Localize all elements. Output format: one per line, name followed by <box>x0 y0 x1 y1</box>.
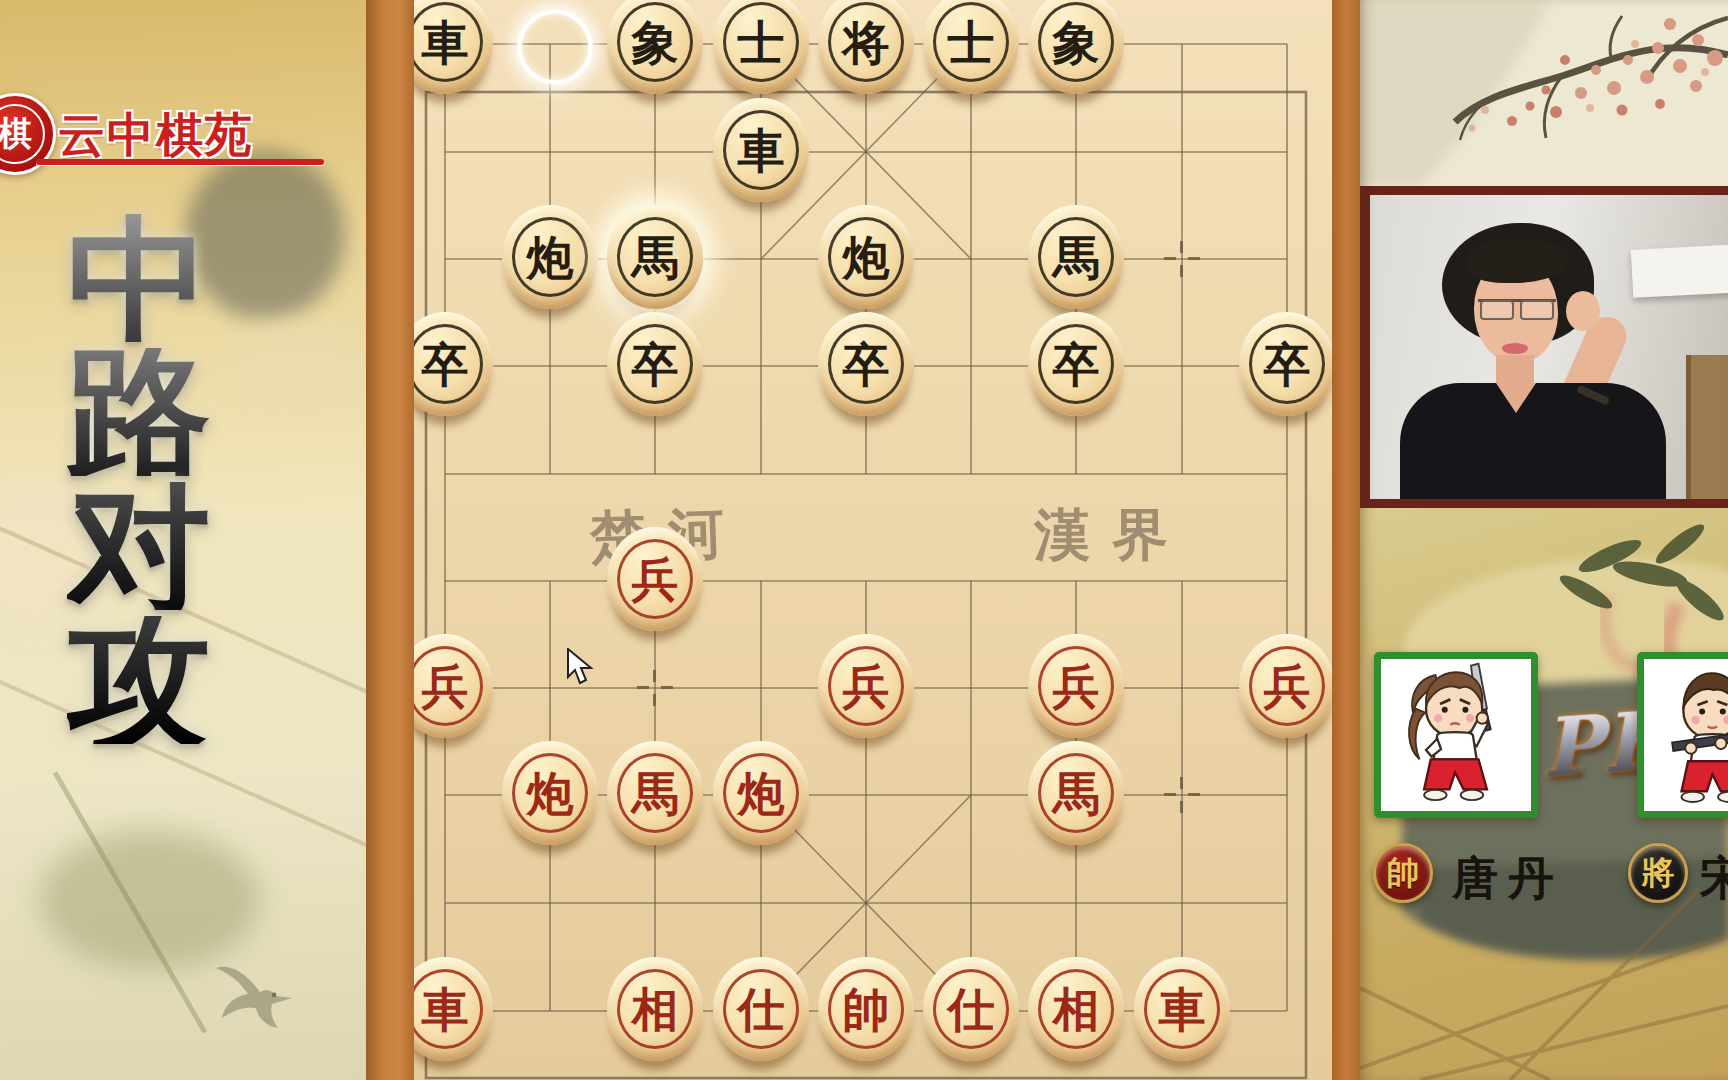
title-char: 路 <box>67 348 211 476</box>
divider-strip-left <box>366 0 414 1080</box>
channel-logo-badge-char: 棋 <box>0 104 45 164</box>
piece-character: 卒 <box>1053 341 1100 388</box>
piece-black-卒-f3r3[interactable]: 卒 <box>607 312 703 416</box>
avatar-red-player <box>1374 652 1538 818</box>
piece-character: 炮 <box>738 770 785 817</box>
blurred-piece-decoration <box>220 320 370 410</box>
streamer-shirt-vneck <box>1496 383 1536 413</box>
piece-black-卒-f9r3[interactable]: 卒 <box>1239 312 1335 416</box>
black-general-badge: 將 <box>1628 843 1688 903</box>
piece-character: 兵 <box>1053 663 1100 710</box>
episode-title-vertical: 中 路 对 攻 <box>44 214 234 744</box>
webcam-shelf <box>1631 244 1728 298</box>
mouse-cursor <box>566 648 594 686</box>
piece-red-仕-f6r9[interactable]: 仕 <box>923 957 1019 1061</box>
piece-character: 馬 <box>1053 234 1100 281</box>
title-char: 攻 <box>67 616 211 744</box>
red-player-name: 唐丹 <box>1452 848 1564 910</box>
piece-character: 馬 <box>632 234 679 281</box>
river-label-right: 漢界 <box>1034 498 1190 574</box>
piece-black-卒-f5r3[interactable]: 卒 <box>818 312 914 416</box>
piece-character: 兵 <box>843 663 890 710</box>
piece-character: 卒 <box>843 341 890 388</box>
piece-red-炮-f4r7[interactable]: 炮 <box>713 741 809 845</box>
piece-character: 兵 <box>422 663 469 710</box>
piece-black-炮-f2r2[interactable]: 炮 <box>502 205 598 309</box>
piece-character: 車 <box>422 19 469 66</box>
piece-character: 士 <box>948 19 995 66</box>
piece-black-炮-f5r2[interactable]: 炮 <box>818 205 914 309</box>
piece-character: 相 <box>1053 986 1100 1033</box>
streamer-hand <box>1566 291 1600 331</box>
black-player-name: 宋 <box>1700 848 1728 910</box>
piece-character: 象 <box>1053 19 1100 66</box>
piece-character: 相 <box>632 986 679 1033</box>
streamer-lips <box>1502 343 1528 354</box>
piece-red-馬-f3r7[interactable]: 馬 <box>607 741 703 845</box>
channel-logo-underline <box>36 159 324 165</box>
piece-character: 象 <box>632 19 679 66</box>
piece-character: 炮 <box>527 234 574 281</box>
piece-character: 将 <box>843 19 890 66</box>
piece-red-炮-f2r7[interactable]: 炮 <box>502 741 598 845</box>
piece-character: 炮 <box>527 770 574 817</box>
avatar-black-player <box>1637 652 1728 818</box>
piece-character: 馬 <box>1053 770 1100 817</box>
piece-character: 卒 <box>632 341 679 388</box>
plum-blossom-painting <box>1360 0 1728 186</box>
piece-character: 仕 <box>738 986 785 1033</box>
piece-red-兵-f5r6[interactable]: 兵 <box>818 634 914 738</box>
piece-red-相-f3r9[interactable]: 相 <box>607 957 703 1061</box>
piece-character: 卒 <box>1264 341 1311 388</box>
piece-red-兵-f3r5[interactable]: 兵 <box>607 527 703 631</box>
xiangqi-board: 楚河 漢界 <box>414 0 1332 1080</box>
piece-black-車-f4r1[interactable]: 車 <box>713 98 809 202</box>
black-general-badge-char: 將 <box>1642 851 1675 896</box>
piece-red-車-f8r9[interactable]: 車 <box>1134 957 1230 1061</box>
streamer-glasses <box>1478 299 1556 320</box>
piece-character: 馬 <box>632 770 679 817</box>
piece-character: 兵 <box>1264 663 1311 710</box>
piece-character: 車 <box>738 127 785 174</box>
piece-character: 士 <box>738 19 785 66</box>
piece-black-馬-f3r2[interactable]: 馬 <box>607 205 703 309</box>
piece-character: 炮 <box>843 234 890 281</box>
title-char: 对 <box>67 482 211 610</box>
right-panel <box>1360 0 1728 1080</box>
channel-logo-text: 云中棋苑 <box>58 104 254 167</box>
left-sidebar: 棋 云中棋苑 中 路 对 攻 <box>0 0 366 1080</box>
webcam-wood-frame <box>1686 355 1728 508</box>
streamer-webcam <box>1360 186 1728 508</box>
piece-red-仕-f4r9[interactable]: 仕 <box>713 957 809 1061</box>
piece-black-卒-f7r3[interactable]: 卒 <box>1028 312 1124 416</box>
title-char: 中 <box>67 214 211 342</box>
bird-silhouette-decoration <box>214 952 306 1038</box>
piece-character: 帥 <box>843 986 890 1033</box>
piece-character: 仕 <box>948 986 995 1033</box>
red-general-badge-char: 帥 <box>1387 851 1420 896</box>
red-general-badge: 帥 <box>1373 843 1433 903</box>
bamboo-leaves-decoration <box>40 830 260 970</box>
avatar-red-player-illustration <box>1381 659 1531 811</box>
piece-red-帥-f5r9[interactable]: 帥 <box>818 957 914 1061</box>
piece-red-兵-f9r6[interactable]: 兵 <box>1239 634 1335 738</box>
piece-character: 車 <box>1159 986 1206 1033</box>
piece-character: 車 <box>422 986 469 1033</box>
piece-red-馬-f7r7[interactable]: 馬 <box>1028 741 1124 845</box>
piece-black-馬-f7r2[interactable]: 馬 <box>1028 205 1124 309</box>
avatar-black-player-illustration <box>1644 659 1728 811</box>
piece-red-相-f7r9[interactable]: 相 <box>1028 957 1124 1061</box>
piece-red-兵-f7r6[interactable]: 兵 <box>1028 634 1124 738</box>
piece-character: 兵 <box>632 556 679 603</box>
piece-character: 卒 <box>422 341 469 388</box>
divider-strip-right <box>1332 0 1360 1080</box>
stream-screen: 棋 云中棋苑 中 路 对 攻 楚河 漢界 車象士将士象車炮馬炮馬卒卒卒卒卒兵兵兵… <box>0 0 1728 1080</box>
